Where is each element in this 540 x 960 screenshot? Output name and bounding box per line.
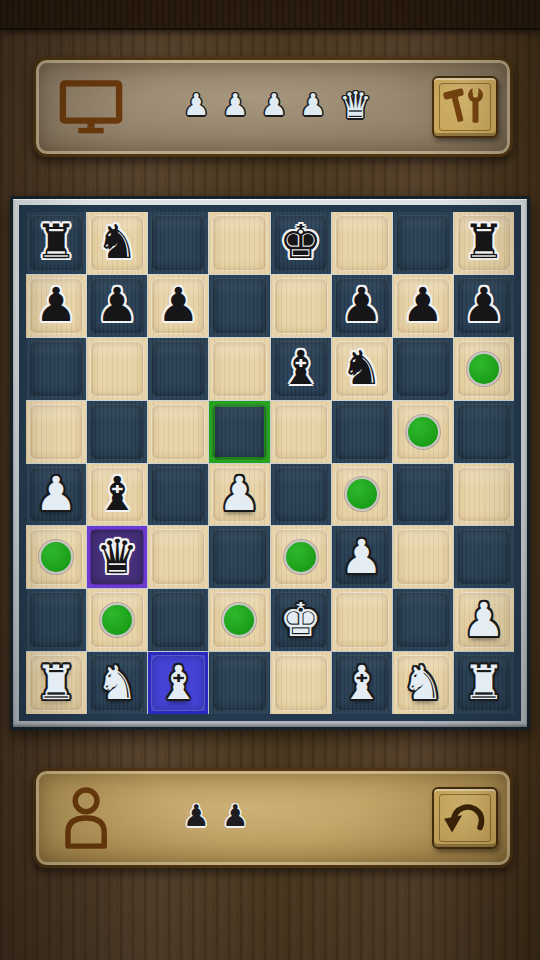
captured-black-pieces-tray: ♟♟	[183, 771, 249, 861]
square-c3[interactable]	[148, 526, 208, 588]
legal-move-dot	[345, 477, 379, 511]
square-g5[interactable]	[393, 401, 453, 463]
black-pawn[interactable]: ♟	[157, 281, 199, 328]
square-e1[interactable]	[271, 652, 331, 714]
square-f1[interactable]: ♝	[332, 652, 392, 714]
chess-app-screen: ♟♟♟♟♛ ♜♞♚♜♟♟♟♟♟♟♝♞♟♝♟♛♟♚♟♜♞♝♝♞♜	[0, 0, 540, 960]
legal-move-dot	[284, 540, 318, 574]
square-b4[interactable]: ♝	[87, 464, 147, 526]
undo-arrow-icon	[440, 795, 490, 841]
legal-move-dot	[406, 415, 440, 449]
white-bishop[interactable]: ♝	[341, 659, 383, 706]
square-e6[interactable]: ♝	[271, 338, 331, 400]
black-knight[interactable]: ♞	[96, 218, 138, 265]
square-a6[interactable]	[26, 338, 86, 400]
square-c8[interactable]	[148, 212, 208, 274]
computer-monitor-icon	[58, 78, 124, 136]
black-knight[interactable]: ♞	[341, 344, 383, 391]
square-d8[interactable]	[209, 212, 269, 274]
square-d3[interactable]	[209, 526, 269, 588]
square-c4[interactable]	[148, 464, 208, 526]
square-f6[interactable]: ♞	[332, 338, 392, 400]
captured-black-pawn: ♟	[222, 801, 249, 831]
square-f2[interactable]	[332, 589, 392, 651]
square-f5[interactable]	[332, 401, 392, 463]
person-icon	[58, 785, 116, 851]
square-a2[interactable]	[26, 589, 86, 651]
square-e8[interactable]: ♚	[271, 212, 331, 274]
captured-black-pawn: ♟	[183, 801, 210, 831]
square-d2[interactable]	[209, 589, 269, 651]
square-d6[interactable]	[209, 338, 269, 400]
square-b2[interactable]	[87, 589, 147, 651]
square-a4[interactable]: ♟	[26, 464, 86, 526]
wood-top-strip	[0, 0, 540, 30]
square-a7[interactable]: ♟	[26, 275, 86, 337]
square-h8[interactable]: ♜	[454, 212, 514, 274]
square-f8[interactable]	[332, 212, 392, 274]
square-e3[interactable]	[271, 526, 331, 588]
white-bishop[interactable]: ♝	[157, 659, 199, 706]
square-g4[interactable]	[393, 464, 453, 526]
black-pawn[interactable]: ♟	[341, 281, 383, 328]
square-h6[interactable]	[454, 338, 514, 400]
square-c7[interactable]: ♟	[148, 275, 208, 337]
black-pawn[interactable]: ♟	[463, 281, 505, 328]
square-e2[interactable]: ♚	[271, 589, 331, 651]
square-g7[interactable]: ♟	[393, 275, 453, 337]
white-pawn[interactable]: ♟	[35, 470, 77, 517]
player-panel: ♟♟	[33, 768, 513, 868]
captured-white-pieces-tray: ♟♟♟♟♛	[183, 60, 372, 150]
black-pawn[interactable]: ♟	[96, 281, 138, 328]
square-d1[interactable]	[209, 652, 269, 714]
square-d7[interactable]	[209, 275, 269, 337]
white-knight[interactable]: ♞	[96, 659, 138, 706]
square-f4[interactable]	[332, 464, 392, 526]
square-d4[interactable]: ♟	[209, 464, 269, 526]
square-h1[interactable]: ♜	[454, 652, 514, 714]
square-b5[interactable]	[87, 401, 147, 463]
legal-move-dot	[39, 540, 73, 574]
square-h3[interactable]	[454, 526, 514, 588]
hammer-wrench-icon	[440, 83, 490, 131]
black-rook[interactable]: ♜	[463, 218, 505, 265]
square-g1[interactable]: ♞	[393, 652, 453, 714]
square-c2[interactable]	[148, 589, 208, 651]
black-rook[interactable]: ♜	[35, 218, 77, 265]
black-bishop[interactable]: ♝	[279, 344, 321, 391]
opponent-panel: ♟♟♟♟♛	[33, 57, 513, 157]
black-queen[interactable]: ♛	[96, 533, 138, 580]
square-g8[interactable]	[393, 212, 453, 274]
captured-white-pawn: ♟	[261, 90, 288, 120]
black-pawn[interactable]: ♟	[402, 281, 444, 328]
captured-white-pawn: ♟	[300, 90, 327, 120]
legal-move-dot	[467, 352, 501, 386]
white-pawn[interactable]: ♟	[218, 470, 260, 517]
square-f3[interactable]: ♟	[332, 526, 392, 588]
square-e5[interactable]	[271, 401, 331, 463]
square-b1[interactable]: ♞	[87, 652, 147, 714]
legal-move-dot	[222, 603, 256, 637]
square-a3[interactable]	[26, 526, 86, 588]
captured-white-queen: ♛	[339, 87, 372, 124]
square-g3[interactable]	[393, 526, 453, 588]
captured-white-pawn: ♟	[222, 90, 249, 120]
black-bishop[interactable]: ♝	[96, 470, 138, 517]
square-h4[interactable]	[454, 464, 514, 526]
square-b7[interactable]: ♟	[87, 275, 147, 337]
square-h7[interactable]: ♟	[454, 275, 514, 337]
square-b6[interactable]	[87, 338, 147, 400]
square-a8[interactable]: ♜	[26, 212, 86, 274]
white-king[interactable]: ♚	[279, 596, 321, 643]
undo-button[interactable]	[432, 787, 498, 849]
white-rook[interactable]: ♜	[463, 659, 505, 706]
board-grid: ♜♞♚♜♟♟♟♟♟♟♝♞♟♝♟♛♟♚♟♜♞♝♝♞♜	[19, 205, 521, 721]
square-g2[interactable]	[393, 589, 453, 651]
legal-move-dot	[100, 603, 134, 637]
settings-button[interactable]	[432, 76, 498, 138]
white-pawn[interactable]: ♟	[341, 533, 383, 580]
square-g6[interactable]	[393, 338, 453, 400]
square-e7[interactable]	[271, 275, 331, 337]
square-c5[interactable]	[148, 401, 208, 463]
white-knight[interactable]: ♞	[402, 659, 444, 706]
square-b3[interactable]: ♛	[87, 526, 147, 588]
square-c1[interactable]: ♝	[148, 652, 208, 714]
square-h2[interactable]: ♟	[454, 589, 514, 651]
white-rook[interactable]: ♜	[35, 659, 77, 706]
white-pawn[interactable]: ♟	[463, 596, 505, 643]
square-b8[interactable]: ♞	[87, 212, 147, 274]
square-a5[interactable]	[26, 401, 86, 463]
black-king[interactable]: ♚	[279, 218, 321, 265]
square-e4[interactable]	[271, 464, 331, 526]
square-h5[interactable]	[454, 401, 514, 463]
chess-board: ♜♞♚♜♟♟♟♟♟♟♝♞♟♝♟♛♟♚♟♜♞♝♝♞♜	[10, 196, 530, 730]
square-f7[interactable]: ♟	[332, 275, 392, 337]
square-c6[interactable]	[148, 338, 208, 400]
square-d5[interactable]	[209, 401, 269, 463]
captured-white-pawn: ♟	[183, 90, 210, 120]
square-a1[interactable]: ♜	[26, 652, 86, 714]
black-pawn[interactable]: ♟	[35, 281, 77, 328]
